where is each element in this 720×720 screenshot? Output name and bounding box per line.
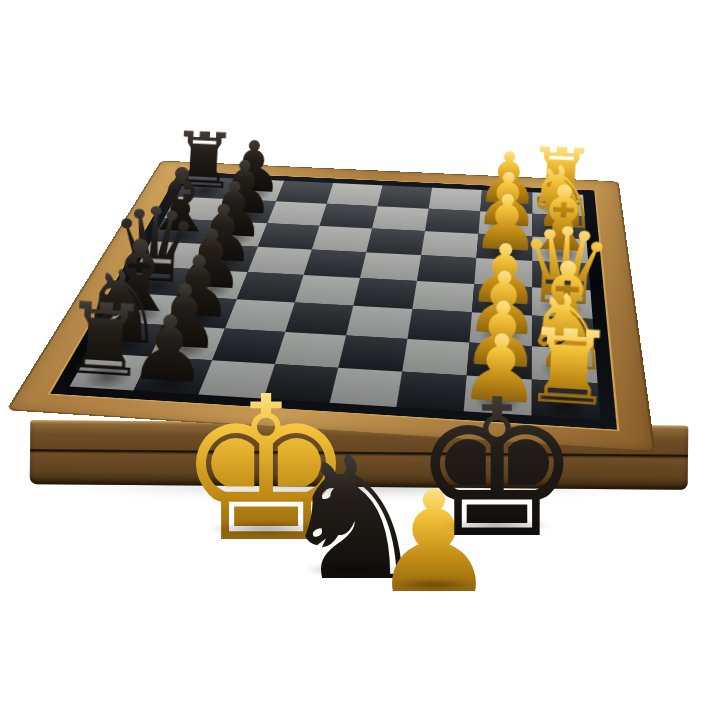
square-d4[interactable] bbox=[353, 278, 417, 309]
square-f6[interactable] bbox=[258, 223, 320, 249]
square-c5[interactable] bbox=[285, 302, 353, 335]
square-g4[interactable] bbox=[372, 206, 429, 231]
square-f4[interactable] bbox=[366, 228, 425, 255]
square-h4[interactable] bbox=[377, 185, 432, 208]
piece-contact-shadow bbox=[392, 579, 476, 590]
square-g5[interactable] bbox=[319, 204, 377, 229]
chess-set-photo-scene: ♜♟♟♜♟♟♞♝♟♟♝♟♛♟♟♛♝♟♟♝♞♟♟♞♜♟♟♜ ♚ ♞ ♟ ♚ bbox=[0, 0, 720, 720]
square-e6[interactable] bbox=[248, 247, 312, 275]
square-h6[interactable] bbox=[276, 181, 333, 204]
square-e5[interactable] bbox=[304, 250, 367, 278]
black-king-glyph: ♚ bbox=[402, 375, 592, 565]
square-d6[interactable] bbox=[237, 272, 304, 302]
square-g6[interactable] bbox=[267, 201, 326, 226]
square-h5[interactable] bbox=[327, 183, 383, 206]
piece-contact-shadow bbox=[441, 519, 553, 532]
square-d5[interactable] bbox=[295, 275, 360, 306]
square-c6[interactable] bbox=[225, 299, 295, 332]
square-c4[interactable] bbox=[346, 306, 412, 339]
square-e4[interactable] bbox=[360, 252, 421, 281]
square-f5[interactable] bbox=[312, 226, 372, 252]
displayed-black-king[interactable]: ♚ bbox=[402, 375, 592, 565]
